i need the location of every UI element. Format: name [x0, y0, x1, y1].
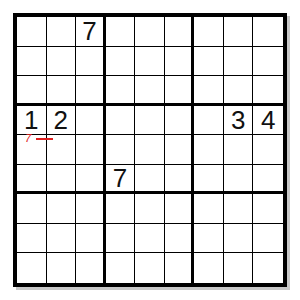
cell-r9c5[interactable]	[135, 253, 165, 283]
cell-r3c3[interactable]	[76, 76, 106, 106]
cell-r9c1[interactable]	[17, 253, 47, 283]
cell-r1c5[interactable]	[135, 17, 165, 47]
cell-r5c8[interactable]	[224, 135, 254, 165]
cell-r1c8[interactable]	[224, 17, 254, 47]
cell-r7c2[interactable]	[47, 194, 77, 224]
sudoku-diagram: 712347 7	[0, 0, 300, 300]
given-digit: 4	[261, 107, 275, 133]
cell-r3c9[interactable]	[253, 76, 283, 106]
cell-r3c1[interactable]	[17, 76, 47, 106]
cell-r6c8[interactable]	[224, 165, 254, 195]
cell-r2c8[interactable]	[224, 47, 254, 77]
cell-r7c7[interactable]	[194, 194, 224, 224]
cell-r6c4[interactable]: 7	[106, 165, 136, 195]
cell-r8c4[interactable]	[106, 224, 136, 254]
cell-r9c8[interactable]	[224, 253, 254, 283]
cell-r4c4[interactable]	[106, 106, 136, 136]
given-digit: 7	[82, 18, 96, 44]
cell-r5c1[interactable]	[17, 135, 47, 165]
cell-r8c1[interactable]	[17, 224, 47, 254]
sudoku-board: 712347 7	[13, 13, 287, 287]
cell-r7c8[interactable]	[224, 194, 254, 224]
cell-r9c3[interactable]	[76, 253, 106, 283]
cell-r9c6[interactable]	[165, 253, 195, 283]
cell-r3c7[interactable]	[194, 76, 224, 106]
cell-r9c4[interactable]	[106, 253, 136, 283]
cell-r4c5[interactable]	[135, 106, 165, 136]
cell-r6c7[interactable]	[194, 165, 224, 195]
given-digit: 1	[24, 107, 38, 133]
cell-r1c4[interactable]	[106, 17, 136, 47]
cell-r7c5[interactable]	[135, 194, 165, 224]
cell-r2c6[interactable]	[165, 47, 195, 77]
cell-r7c1[interactable]	[17, 194, 47, 224]
cell-r5c2[interactable]	[47, 135, 77, 165]
cell-r2c7[interactable]	[194, 47, 224, 77]
cell-r3c2[interactable]	[47, 76, 77, 106]
cell-r8c3[interactable]	[76, 224, 106, 254]
cell-r1c3[interactable]: 7	[76, 17, 106, 47]
cell-r5c3[interactable]	[76, 135, 106, 165]
cell-r3c8[interactable]	[224, 76, 254, 106]
cell-r7c6[interactable]	[165, 194, 195, 224]
cell-r4c1[interactable]: 1	[17, 106, 47, 136]
cell-r5c9[interactable]	[253, 135, 283, 165]
cell-r2c1[interactable]	[17, 47, 47, 77]
cell-r9c7[interactable]	[194, 253, 224, 283]
cell-r6c1[interactable]	[17, 165, 47, 195]
cell-r1c2[interactable]	[47, 17, 77, 47]
cell-r2c5[interactable]	[135, 47, 165, 77]
cell-r4c2[interactable]: 2	[47, 106, 77, 136]
cell-r6c2[interactable]	[47, 165, 77, 195]
cell-r2c4[interactable]	[106, 47, 136, 77]
cell-r4c3[interactable]	[76, 106, 106, 136]
cell-r2c9[interactable]	[253, 47, 283, 77]
cell-r1c1[interactable]	[17, 17, 47, 47]
cell-r5c7[interactable]	[194, 135, 224, 165]
cell-r5c5[interactable]	[135, 135, 165, 165]
cell-r4c7[interactable]	[194, 106, 224, 136]
cell-r4c6[interactable]	[165, 106, 195, 136]
cell-r6c9[interactable]	[253, 165, 283, 195]
cell-r3c4[interactable]	[106, 76, 136, 106]
cell-r8c5[interactable]	[135, 224, 165, 254]
cell-r5c4[interactable]	[106, 135, 136, 165]
given-digit: 7	[113, 165, 127, 191]
cell-r7c3[interactable]	[76, 194, 106, 224]
cell-r7c9[interactable]	[253, 194, 283, 224]
cell-r2c3[interactable]	[76, 47, 106, 77]
cell-r1c9[interactable]	[253, 17, 283, 47]
cell-r8c7[interactable]	[194, 224, 224, 254]
cell-r9c9[interactable]	[253, 253, 283, 283]
cell-r9c2[interactable]	[47, 253, 77, 283]
cell-r5c6[interactable]	[165, 135, 195, 165]
given-digit: 3	[231, 107, 245, 133]
cell-r8c2[interactable]	[47, 224, 77, 254]
cell-r2c2[interactable]	[47, 47, 77, 77]
cell-r4c9[interactable]: 4	[253, 106, 283, 136]
sudoku-grid: 712347	[17, 17, 283, 283]
cell-r8c8[interactable]	[224, 224, 254, 254]
cell-r6c5[interactable]	[135, 165, 165, 195]
cell-r8c9[interactable]	[253, 224, 283, 254]
cell-r6c3[interactable]	[76, 165, 106, 195]
cell-r1c7[interactable]	[194, 17, 224, 47]
cell-r1c6[interactable]	[165, 17, 195, 47]
cell-r3c6[interactable]	[165, 76, 195, 106]
cell-r3c5[interactable]	[135, 76, 165, 106]
cell-r6c6[interactable]	[165, 165, 195, 195]
cell-r7c4[interactable]	[106, 194, 136, 224]
cell-r8c6[interactable]	[165, 224, 195, 254]
given-digit: 2	[54, 107, 68, 133]
cell-r4c8[interactable]: 3	[224, 106, 254, 136]
